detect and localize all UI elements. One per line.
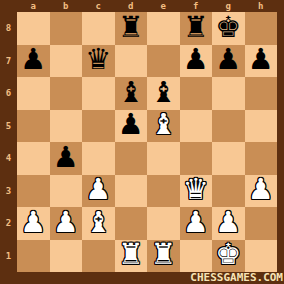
square-g8[interactable]: ♚ — [212, 12, 245, 45]
square-b5[interactable] — [50, 110, 83, 143]
square-e7[interactable] — [147, 45, 180, 78]
square-b6[interactable] — [50, 77, 83, 110]
square-c5[interactable] — [82, 110, 115, 143]
black-pawn: ♟ — [118, 110, 144, 139]
square-d4[interactable] — [115, 142, 148, 175]
black-bishop: ♝ — [118, 78, 144, 107]
square-a1[interactable] — [17, 240, 50, 273]
white-king: ♚ — [215, 240, 241, 269]
square-a7[interactable]: ♟ — [17, 45, 50, 78]
rank-label-2: 2 — [0, 207, 17, 240]
square-e3[interactable] — [147, 175, 180, 208]
square-a6[interactable] — [17, 77, 50, 110]
square-d5[interactable]: ♟ — [115, 110, 148, 143]
square-e2[interactable] — [147, 207, 180, 240]
white-pawn: ♟ — [248, 175, 274, 204]
black-king: ♚ — [215, 13, 241, 42]
square-c8[interactable] — [82, 12, 115, 45]
square-e1[interactable]: ♜ — [147, 240, 180, 273]
white-queen: ♛ — [183, 175, 209, 204]
square-h5[interactable] — [245, 110, 278, 143]
square-d3[interactable] — [115, 175, 148, 208]
white-rook: ♜ — [150, 240, 176, 269]
rank-label-1: 1 — [0, 240, 17, 273]
square-h8[interactable] — [245, 12, 278, 45]
black-pawn: ♟ — [248, 45, 274, 74]
square-c1[interactable] — [82, 240, 115, 273]
square-f6[interactable] — [180, 77, 213, 110]
black-pawn: ♟ — [20, 45, 46, 74]
square-f3[interactable]: ♛ — [180, 175, 213, 208]
white-pawn: ♟ — [53, 208, 79, 237]
white-pawn: ♟ — [85, 175, 111, 204]
file-label-b: b — [50, 0, 83, 12]
square-g5[interactable] — [212, 110, 245, 143]
white-pawn: ♟ — [215, 208, 241, 237]
square-g6[interactable] — [212, 77, 245, 110]
black-pawn: ♟ — [53, 143, 79, 172]
square-h3[interactable]: ♟ — [245, 175, 278, 208]
square-g2[interactable]: ♟ — [212, 207, 245, 240]
file-label-e: e — [147, 0, 180, 12]
black-rook: ♜ — [183, 13, 209, 42]
white-rook: ♜ — [118, 240, 144, 269]
square-h7[interactable]: ♟ — [245, 45, 278, 78]
square-d8[interactable]: ♜ — [115, 12, 148, 45]
square-f1[interactable] — [180, 240, 213, 273]
chessgames-brand-label: CHESSGAMES.COM — [190, 272, 283, 284]
square-d2[interactable] — [115, 207, 148, 240]
file-label-c: c — [82, 0, 115, 12]
square-g3[interactable] — [212, 175, 245, 208]
square-e6[interactable]: ♝ — [147, 77, 180, 110]
square-h2[interactable] — [245, 207, 278, 240]
square-d6[interactable]: ♝ — [115, 77, 148, 110]
square-e8[interactable] — [147, 12, 180, 45]
chess-diagram: abcdefgh 87654321 ♜♜♚♟♛♟♟♟♝♝♟♝♟♟♛♟♟♟♝♟♟♜… — [0, 0, 284, 284]
square-a4[interactable] — [17, 142, 50, 175]
black-queen: ♛ — [85, 45, 111, 74]
file-label-h: h — [245, 0, 278, 12]
white-pawn: ♟ — [20, 208, 46, 237]
square-h4[interactable] — [245, 142, 278, 175]
square-f5[interactable] — [180, 110, 213, 143]
black-rook: ♜ — [118, 13, 144, 42]
square-a8[interactable] — [17, 12, 50, 45]
square-c3[interactable]: ♟ — [82, 175, 115, 208]
square-a3[interactable] — [17, 175, 50, 208]
rank-label-5: 5 — [0, 110, 17, 143]
rank-labels: 87654321 — [0, 12, 17, 272]
square-b2[interactable]: ♟ — [50, 207, 83, 240]
rank-label-4: 4 — [0, 142, 17, 175]
square-f8[interactable]: ♜ — [180, 12, 213, 45]
square-f2[interactable]: ♟ — [180, 207, 213, 240]
square-a5[interactable] — [17, 110, 50, 143]
square-h6[interactable] — [245, 77, 278, 110]
square-e4[interactable] — [147, 142, 180, 175]
square-c2[interactable]: ♝ — [82, 207, 115, 240]
square-h1[interactable] — [245, 240, 278, 273]
square-f4[interactable] — [180, 142, 213, 175]
square-f7[interactable]: ♟ — [180, 45, 213, 78]
rank-label-3: 3 — [0, 175, 17, 208]
square-c6[interactable] — [82, 77, 115, 110]
square-g4[interactable] — [212, 142, 245, 175]
file-label-a: a — [17, 0, 50, 12]
square-g1[interactable]: ♚ — [212, 240, 245, 273]
rank-label-7: 7 — [0, 45, 17, 78]
square-a2[interactable]: ♟ — [17, 207, 50, 240]
white-pawn: ♟ — [183, 208, 209, 237]
square-d1[interactable]: ♜ — [115, 240, 148, 273]
rank-label-6: 6 — [0, 77, 17, 110]
square-b7[interactable] — [50, 45, 83, 78]
square-b3[interactable] — [50, 175, 83, 208]
square-d7[interactable] — [115, 45, 148, 78]
square-b4[interactable]: ♟ — [50, 142, 83, 175]
square-c4[interactable] — [82, 142, 115, 175]
white-bishop: ♝ — [85, 208, 111, 237]
chess-board: ♜♜♚♟♛♟♟♟♝♝♟♝♟♟♛♟♟♟♝♟♟♜♜♚ — [17, 12, 277, 272]
black-bishop: ♝ — [150, 78, 176, 107]
square-e5[interactable]: ♝ — [147, 110, 180, 143]
square-c7[interactable]: ♛ — [82, 45, 115, 78]
square-b8[interactable] — [50, 12, 83, 45]
square-b1[interactable] — [50, 240, 83, 273]
black-pawn: ♟ — [215, 45, 241, 74]
black-pawn: ♟ — [183, 45, 209, 74]
square-g7[interactable]: ♟ — [212, 45, 245, 78]
white-bishop: ♝ — [150, 110, 176, 139]
rank-label-8: 8 — [0, 12, 17, 45]
